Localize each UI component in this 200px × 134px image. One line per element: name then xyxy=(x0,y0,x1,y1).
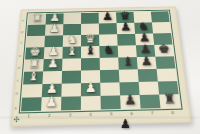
table-surface: hgfedcba ♜♟♟♛♟♟♞♞♛♟♚♟♝♝♞♟♚♜♟♝♟♝♟♟♟♟♜ 123… xyxy=(0,0,200,134)
square-a5[interactable] xyxy=(101,95,121,109)
black-king: ♚ xyxy=(158,43,171,55)
coordinate-label: g xyxy=(19,31,24,34)
coordinate-label: 4 xyxy=(89,112,92,117)
square-b4[interactable]: ♟ xyxy=(81,83,101,97)
chess-board: hgfedcba ♜♟♟♛♟♟♞♞♛♟♚♟♝♝♞♟♚♜♟♝♟♝♟♟♟♟♜ 123… xyxy=(10,6,192,126)
coordinate-label: 8 xyxy=(171,110,174,115)
square-g2[interactable]: ♟ xyxy=(45,24,63,36)
black-pawn: ♟ xyxy=(120,21,132,32)
square-a6[interactable]: ♟ xyxy=(120,95,141,109)
square-e8[interactable]: ♚ xyxy=(154,45,174,57)
square-c1[interactable]: ♝ xyxy=(23,71,43,84)
white-bishop: ♝ xyxy=(66,45,77,57)
square-h1[interactable]: ♜ xyxy=(28,14,46,25)
white-pawn: ♟ xyxy=(45,95,58,109)
square-e3[interactable]: ♝ xyxy=(62,46,81,58)
square-a3[interactable] xyxy=(61,96,81,110)
square-d6[interactable]: ♝ xyxy=(118,57,137,70)
square-f6[interactable] xyxy=(117,34,136,46)
black-pawn: ♟ xyxy=(102,11,113,22)
coordinate-label: d xyxy=(16,67,21,70)
coordinate-label: a xyxy=(13,107,19,111)
coordinate-label: c xyxy=(15,80,20,84)
square-e4[interactable]: ♝ xyxy=(81,46,100,58)
square-c3[interactable] xyxy=(62,71,81,84)
square-d2[interactable]: ♟ xyxy=(43,59,62,72)
square-b3[interactable] xyxy=(61,83,81,97)
square-c8[interactable] xyxy=(157,68,177,81)
square-e5[interactable]: ♞ xyxy=(99,46,118,58)
square-h4[interactable] xyxy=(81,13,99,24)
square-g5[interactable] xyxy=(99,23,117,34)
square-b1[interactable] xyxy=(22,84,42,98)
square-a1[interactable] xyxy=(21,97,42,111)
square-b5[interactable] xyxy=(100,82,120,96)
square-d3[interactable] xyxy=(62,58,81,71)
coordinate-label: e xyxy=(17,55,22,58)
board-border: hgfedcba ♜♟♟♛♟♟♞♞♛♟♚♟♝♝♞♟♚♜♟♝♟♝♟♟♟♟♜ 123… xyxy=(10,6,192,126)
square-a8[interactable]: ♜ xyxy=(159,94,180,108)
white-bishop: ♝ xyxy=(27,70,40,83)
square-a7[interactable] xyxy=(140,95,161,109)
coordinate-label: b xyxy=(14,93,19,97)
coordinate-label: 7 xyxy=(151,110,154,115)
square-g1[interactable] xyxy=(27,25,46,37)
square-a2[interactable]: ♟ xyxy=(41,97,61,111)
square-d4[interactable] xyxy=(81,58,100,71)
white-pawn: ♟ xyxy=(47,57,59,69)
square-c6[interactable] xyxy=(119,69,139,82)
coordinate-label: 5 xyxy=(110,111,113,116)
square-d7[interactable]: ♟ xyxy=(137,57,157,70)
black-rook: ♜ xyxy=(163,92,177,106)
coordinate-label: 1 xyxy=(27,113,30,118)
board-grid: ♜♟♟♛♟♟♞♞♛♟♚♟♝♝♞♟♚♜♟♝♟♝♟♟♟♟♜ xyxy=(21,11,180,111)
coordinate-label: f xyxy=(18,43,23,46)
square-b7[interactable] xyxy=(139,82,159,95)
white-pawn: ♟ xyxy=(49,23,60,34)
square-c7[interactable] xyxy=(138,69,158,82)
black-knight: ♞ xyxy=(103,44,115,56)
black-pawn: ♟ xyxy=(140,55,153,67)
square-g6[interactable]: ♟ xyxy=(117,23,136,34)
board-maker-logo-icon: ✣ xyxy=(11,116,21,126)
coordinate-label: 3 xyxy=(69,112,72,117)
square-a4[interactable] xyxy=(81,96,101,110)
square-d5[interactable] xyxy=(100,57,119,70)
black-pawn: ♟ xyxy=(124,93,137,107)
black-bishop: ♝ xyxy=(85,44,96,56)
square-h3[interactable] xyxy=(63,13,81,24)
white-rook: ♜ xyxy=(31,12,43,23)
coordinate-label: 6 xyxy=(130,111,133,116)
coordinate-label: h xyxy=(20,20,25,23)
black-bishop: ♝ xyxy=(122,55,134,67)
white-pawn: ♟ xyxy=(85,81,97,94)
square-d8[interactable] xyxy=(155,56,175,69)
playing-area-outline: ♜♟♟♛♟♟♞♞♛♟♚♟♝♝♞♟♚♜♟♝♟♝♟♟♟♟♜ xyxy=(19,10,183,114)
square-h5[interactable]: ♟ xyxy=(99,12,117,23)
square-g8[interactable] xyxy=(152,22,171,33)
square-c5[interactable] xyxy=(100,70,120,83)
coordinate-label: 2 xyxy=(48,113,51,118)
square-h8[interactable] xyxy=(151,11,170,22)
captured-black-pawn: ♟ xyxy=(120,118,131,131)
